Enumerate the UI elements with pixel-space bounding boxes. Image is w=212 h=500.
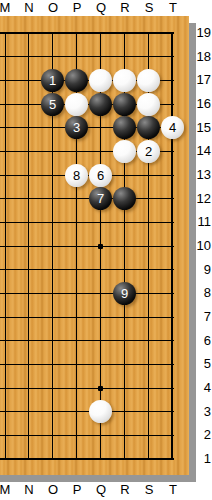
grid-line-row-11 [0,222,174,223]
grid-line-row-5 [0,364,174,365]
row-label-10: 10 [195,239,211,253]
row-label-2: 2 [195,428,211,442]
row-label-13: 13 [195,168,211,182]
row-label-4: 4 [195,381,211,395]
row-label-16: 16 [195,97,211,111]
grid-line-row-9 [0,269,174,270]
stone-S16[interactable] [137,93,160,116]
grid-line-row-19 [0,32,174,34]
grid-line-row-7 [0,317,174,318]
stone-R17[interactable] [113,69,136,92]
grid-line-row-18 [0,56,174,57]
go-diagram-screen: 153428679MMNNOOPPQQRRSSTT191817161514131… [0,0,212,500]
row-label-14: 14 [195,144,211,158]
grid-line-row-2 [0,435,174,436]
top-col-label-R: R [120,1,129,15]
row-label-18: 18 [195,50,211,64]
row-label-19: 19 [195,26,211,40]
grid-line-row-12 [0,198,174,199]
stone-Q13[interactable]: 6 [89,164,112,187]
stone-R14[interactable] [113,140,136,163]
bottom-col-label-P: P [73,483,82,497]
stone-S14[interactable]: 2 [137,140,160,163]
top-col-label-N: N [24,1,33,15]
bottom-col-label-N: N [24,483,33,497]
row-label-15: 15 [195,121,211,135]
row-label-1: 1 [195,452,211,466]
top-col-label-P: P [73,1,82,15]
stone-R12[interactable] [113,187,136,210]
top-col-label-M: M [0,1,10,15]
bottom-col-label-T: T [169,483,177,497]
top-col-label-O: O [48,1,58,15]
row-label-7: 7 [195,310,211,324]
stone-T15[interactable]: 4 [161,116,184,139]
row-label-3: 3 [195,405,211,419]
row-label-11: 11 [195,215,211,229]
grid-line-row-4 [0,388,174,389]
stone-O16[interactable]: 5 [41,93,64,116]
stone-R15[interactable] [113,116,136,139]
bottom-col-label-S: S [145,483,154,497]
row-label-6: 6 [195,334,211,348]
stone-P16[interactable] [65,93,88,116]
grid-line-row-10 [0,246,174,247]
stone-P17[interactable] [65,69,88,92]
stone-Q3[interactable] [89,400,112,423]
stone-O17[interactable]: 1 [41,69,64,92]
row-label-5: 5 [195,357,211,371]
grid-line-row-1 [0,458,174,460]
row-label-8: 8 [195,286,211,300]
top-col-label-S: S [145,1,154,15]
stone-Q16[interactable] [89,93,112,116]
stone-R16[interactable] [113,93,136,116]
stone-R8[interactable]: 9 [113,282,136,305]
row-label-12: 12 [195,192,211,206]
grid-line-row-6 [0,340,174,341]
stone-Q12[interactable]: 7 [89,187,112,210]
stone-S17[interactable] [137,69,160,92]
star-point-Q10 [98,244,103,249]
bottom-col-label-R: R [120,483,129,497]
bottom-col-label-O: O [48,483,58,497]
row-label-17: 17 [195,73,211,87]
row-label-9: 9 [195,263,211,277]
stone-S15[interactable] [137,116,160,139]
stone-P15[interactable]: 3 [65,116,88,139]
stone-P13[interactable]: 8 [65,164,88,187]
bottom-col-label-M: M [0,483,10,497]
bottom-col-label-Q: Q [96,483,106,497]
star-point-Q4 [98,386,103,391]
top-col-label-Q: Q [96,1,106,15]
top-col-label-T: T [169,1,177,15]
stone-Q17[interactable] [89,69,112,92]
grid-line-row-8 [0,293,174,294]
grid-line-row-3 [0,411,174,412]
